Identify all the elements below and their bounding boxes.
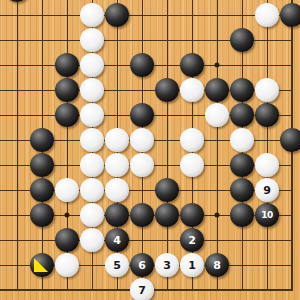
stone-black[interactable] bbox=[105, 203, 129, 227]
stone-white[interactable] bbox=[80, 203, 104, 227]
stone-black[interactable] bbox=[230, 28, 254, 52]
move-number-label: 2 bbox=[188, 235, 196, 246]
grid-line-vertical bbox=[217, 0, 218, 291]
stone-white[interactable] bbox=[105, 153, 129, 177]
screenshot: 10426895317 bbox=[0, 0, 300, 300]
stone-white-move-3[interactable]: 3 bbox=[155, 253, 179, 277]
move-number-label: 3 bbox=[163, 260, 171, 271]
stone-black[interactable] bbox=[30, 153, 54, 177]
stone-black-move-10[interactable]: 10 bbox=[255, 203, 279, 227]
move-number-label: 4 bbox=[113, 235, 121, 246]
stone-black[interactable] bbox=[30, 253, 54, 277]
move-number-label: 5 bbox=[113, 260, 121, 271]
grid-line-vertical bbox=[267, 0, 268, 291]
stone-black[interactable] bbox=[180, 53, 204, 77]
stone-black[interactable] bbox=[130, 53, 154, 77]
grid-line-horizontal bbox=[0, 240, 293, 241]
stone-black[interactable] bbox=[55, 228, 79, 252]
stone-black-move-6[interactable]: 6 bbox=[130, 253, 154, 277]
star-point bbox=[215, 63, 220, 68]
triangle-marker bbox=[34, 258, 48, 272]
stone-white-move-9[interactable]: 9 bbox=[255, 178, 279, 202]
stone-white-move-7[interactable]: 7 bbox=[130, 278, 154, 300]
grid-line-vertical bbox=[167, 0, 168, 291]
stone-black[interactable] bbox=[55, 78, 79, 102]
stone-white[interactable] bbox=[255, 153, 279, 177]
stone-white[interactable] bbox=[80, 3, 104, 27]
stone-black[interactable] bbox=[105, 3, 129, 27]
stone-white[interactable] bbox=[205, 103, 229, 127]
move-number-label: 7 bbox=[138, 285, 146, 296]
stone-black[interactable] bbox=[230, 203, 254, 227]
stone-black[interactable] bbox=[230, 78, 254, 102]
stone-white-move-5[interactable]: 5 bbox=[105, 253, 129, 277]
stone-white[interactable] bbox=[105, 178, 129, 202]
stone-white[interactable] bbox=[80, 78, 104, 102]
move-number-label: 10 bbox=[261, 211, 273, 220]
move-number-label: 6 bbox=[138, 260, 146, 271]
stone-black[interactable] bbox=[230, 103, 254, 127]
stone-black[interactable] bbox=[180, 203, 204, 227]
stone-black[interactable] bbox=[230, 153, 254, 177]
go-board[interactable]: 10426895317 bbox=[0, 0, 300, 300]
stone-white[interactable] bbox=[80, 103, 104, 127]
stone-white[interactable] bbox=[255, 78, 279, 102]
stone-white-move-1[interactable]: 1 bbox=[180, 253, 204, 277]
grid-line-horizontal bbox=[0, 15, 293, 16]
stone-white[interactable] bbox=[130, 153, 154, 177]
stone-black[interactable] bbox=[255, 103, 279, 127]
stone-black[interactable] bbox=[30, 203, 54, 227]
stone-black[interactable] bbox=[30, 128, 54, 152]
stone-white[interactable] bbox=[80, 228, 104, 252]
stone-black[interactable] bbox=[155, 78, 179, 102]
stone-white[interactable] bbox=[55, 253, 79, 277]
stone-black[interactable] bbox=[55, 103, 79, 127]
stone-white[interactable] bbox=[130, 128, 154, 152]
stone-white[interactable] bbox=[80, 153, 104, 177]
star-point bbox=[215, 213, 220, 218]
stone-white[interactable] bbox=[80, 53, 104, 77]
star-point bbox=[65, 213, 70, 218]
stone-white[interactable] bbox=[180, 153, 204, 177]
stone-white[interactable] bbox=[55, 178, 79, 202]
stone-white[interactable] bbox=[80, 128, 104, 152]
stone-black[interactable] bbox=[5, 0, 29, 2]
stone-black-move-2[interactable]: 2 bbox=[180, 228, 204, 252]
stone-black[interactable] bbox=[130, 203, 154, 227]
move-number-label: 9 bbox=[263, 185, 271, 196]
stone-black-move-4[interactable]: 4 bbox=[105, 228, 129, 252]
stone-white[interactable] bbox=[255, 3, 279, 27]
move-number-label: 1 bbox=[188, 260, 196, 271]
stone-white[interactable] bbox=[180, 128, 204, 152]
stone-black[interactable] bbox=[230, 178, 254, 202]
stone-black[interactable] bbox=[280, 128, 300, 152]
stone-black[interactable] bbox=[205, 78, 229, 102]
stone-black[interactable] bbox=[30, 178, 54, 202]
stone-black[interactable] bbox=[155, 178, 179, 202]
stone-black[interactable] bbox=[55, 53, 79, 77]
stone-white[interactable] bbox=[230, 128, 254, 152]
stone-black[interactable] bbox=[280, 3, 300, 27]
stone-black[interactable] bbox=[130, 103, 154, 127]
stone-white[interactable] bbox=[80, 178, 104, 202]
stone-black[interactable] bbox=[155, 203, 179, 227]
grid-line-vertical bbox=[17, 0, 18, 291]
stone-white[interactable] bbox=[80, 28, 104, 52]
move-number-label: 8 bbox=[213, 260, 221, 271]
stone-white[interactable] bbox=[180, 78, 204, 102]
stone-black-move-8[interactable]: 8 bbox=[205, 253, 229, 277]
stone-white[interactable] bbox=[105, 128, 129, 152]
